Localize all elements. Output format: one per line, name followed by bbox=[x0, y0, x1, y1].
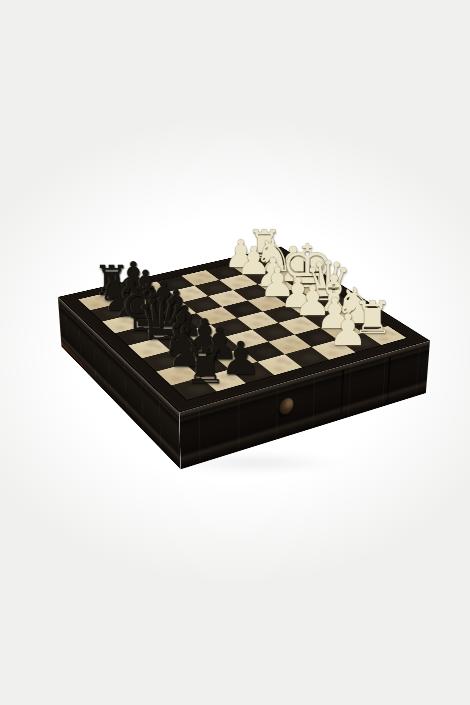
product-photo: ♜♟♞♟♝♟♚♟♜♟♟♛♟♞♟♝♟♝♟♞♟♚♜♟♛♟♟♝♟♞♟♜ bbox=[0, 0, 470, 705]
chess-pieces: ♜♟♞♟♝♟♚♟♜♟♟♛♟♞♟♝♟♝♟♞♟♚♜♟♛♟♟♝♟♞♟♜ bbox=[0, 0, 470, 705]
black-rook: ♜ bbox=[184, 342, 227, 390]
white-pawn: ♟ bbox=[328, 309, 367, 353]
